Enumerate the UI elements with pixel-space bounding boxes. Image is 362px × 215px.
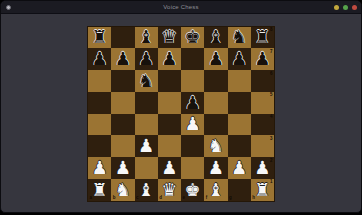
window-title: Voice Chess bbox=[1, 1, 361, 13]
square-h1[interactable]: ♜1h bbox=[251, 179, 274, 201]
white-rook-piece[interactable]: ♜ bbox=[254, 180, 270, 198]
square-c1[interactable]: ♝c bbox=[135, 179, 158, 201]
rank-label: 7 bbox=[270, 49, 273, 54]
white-king-piece[interactable]: ♚ bbox=[185, 180, 201, 198]
file-label: e bbox=[183, 195, 186, 200]
square-h6[interactable]: 6 bbox=[251, 70, 274, 92]
black-pawn-piece[interactable]: ♟ bbox=[208, 50, 224, 68]
white-pawn-piece[interactable]: ♟ bbox=[92, 158, 108, 176]
square-a1[interactable]: ♜a bbox=[88, 179, 111, 201]
rank-label: 5 bbox=[270, 92, 273, 97]
square-b6[interactable] bbox=[111, 70, 134, 92]
rank-label: 1 bbox=[270, 179, 273, 184]
rank-label: 8 bbox=[270, 27, 273, 32]
white-knight-piece[interactable]: ♞ bbox=[115, 180, 131, 198]
file-label: d bbox=[159, 195, 162, 200]
file-label: a bbox=[90, 195, 93, 200]
white-pawn-piece[interactable]: ♟ bbox=[231, 158, 247, 176]
square-a3[interactable] bbox=[88, 135, 111, 157]
square-d8[interactable]: ♛ bbox=[158, 27, 181, 49]
white-pawn-piece[interactable]: ♟ bbox=[185, 115, 201, 133]
maximize-icon[interactable] bbox=[343, 5, 348, 10]
black-pawn-piece[interactable]: ♟ bbox=[231, 50, 247, 68]
square-c3[interactable]: ♟ bbox=[135, 135, 158, 157]
square-g5[interactable] bbox=[228, 92, 251, 114]
square-d4[interactable] bbox=[158, 114, 181, 136]
white-bishop-piece[interactable]: ♝ bbox=[138, 180, 154, 198]
square-a5[interactable] bbox=[88, 92, 111, 114]
black-queen-piece[interactable]: ♛ bbox=[161, 28, 177, 46]
square-a7[interactable]: ♟ bbox=[88, 48, 111, 70]
square-b2[interactable]: ♟ bbox=[111, 157, 134, 179]
square-g7[interactable]: ♟ bbox=[228, 48, 251, 70]
white-pawn-piece[interactable]: ♟ bbox=[254, 158, 270, 176]
square-g2[interactable]: ♟ bbox=[228, 157, 251, 179]
square-c8[interactable]: ♝ bbox=[135, 27, 158, 49]
square-g8[interactable]: ♞ bbox=[228, 27, 251, 49]
square-d7[interactable]: ♟ bbox=[158, 48, 181, 70]
square-a4[interactable] bbox=[88, 114, 111, 136]
square-e8[interactable]: ♚ bbox=[181, 27, 204, 49]
chess-board: ♜♝♛♚♝♞♜8♟♟♟♟♟♟♟7♞6♟5♟4♟♞3♟♟♟♟♟♟2♜a♞b♝c♛d… bbox=[88, 27, 274, 201]
square-f7[interactable]: ♟ bbox=[204, 48, 227, 70]
square-g1[interactable]: g bbox=[228, 179, 251, 201]
black-rook-piece[interactable]: ♜ bbox=[92, 28, 108, 46]
white-pawn-piece[interactable]: ♟ bbox=[138, 137, 154, 155]
square-a6[interactable] bbox=[88, 70, 111, 92]
white-pawn-piece[interactable]: ♟ bbox=[208, 158, 224, 176]
square-e1[interactable]: ♚e bbox=[181, 179, 204, 201]
square-b7[interactable]: ♟ bbox=[111, 48, 134, 70]
black-pawn-piece[interactable]: ♟ bbox=[161, 50, 177, 68]
square-f6[interactable] bbox=[204, 70, 227, 92]
black-pawn-piece[interactable]: ♟ bbox=[254, 50, 270, 68]
square-b4[interactable] bbox=[111, 114, 134, 136]
square-f8[interactable]: ♝ bbox=[204, 27, 227, 49]
white-rook-piece[interactable]: ♜ bbox=[92, 180, 108, 198]
square-g3[interactable] bbox=[228, 135, 251, 157]
minimize-icon[interactable] bbox=[334, 5, 339, 10]
black-bishop-piece[interactable]: ♝ bbox=[138, 28, 154, 46]
black-pawn-piece[interactable]: ♟ bbox=[138, 50, 154, 68]
square-g4[interactable] bbox=[228, 114, 251, 136]
black-pawn-piece[interactable]: ♟ bbox=[92, 50, 108, 68]
square-f5[interactable] bbox=[204, 92, 227, 114]
rank-label: 2 bbox=[270, 158, 273, 163]
square-b3[interactable] bbox=[111, 135, 134, 157]
square-e2[interactable] bbox=[181, 157, 204, 179]
square-h7[interactable]: ♟7 bbox=[251, 48, 274, 70]
square-b1[interactable]: ♞b bbox=[111, 179, 134, 201]
black-knight-piece[interactable]: ♞ bbox=[231, 28, 247, 46]
square-a2[interactable]: ♟ bbox=[88, 157, 111, 179]
rank-label: 4 bbox=[270, 114, 273, 119]
file-label: g bbox=[229, 195, 232, 200]
square-c2[interactable] bbox=[135, 157, 158, 179]
square-d1[interactable]: ♛d bbox=[158, 179, 181, 201]
square-h4[interactable]: 4 bbox=[251, 114, 274, 136]
rank-label: 6 bbox=[270, 71, 273, 76]
black-pawn-piece[interactable]: ♟ bbox=[115, 50, 131, 68]
file-label: c bbox=[136, 195, 139, 200]
black-king-piece[interactable]: ♚ bbox=[185, 28, 201, 46]
square-d5[interactable] bbox=[158, 92, 181, 114]
close-icon[interactable] bbox=[352, 5, 357, 10]
square-b5[interactable] bbox=[111, 92, 134, 114]
square-d6[interactable] bbox=[158, 70, 181, 92]
titlebar: Voice Chess bbox=[1, 1, 361, 14]
app-window: Voice Chess ♜♝♛♚♝♞♜8♟♟♟♟♟♟♟7♞6♟5♟4♟♞3♟♟♟… bbox=[0, 0, 362, 213]
white-pawn-piece[interactable]: ♟ bbox=[161, 158, 177, 176]
square-b8[interactable] bbox=[111, 27, 134, 49]
square-e5[interactable]: ♟ bbox=[181, 92, 204, 114]
black-rook-piece[interactable]: ♜ bbox=[254, 28, 270, 46]
main-content: ♜♝♛♚♝♞♜8♟♟♟♟♟♟♟7♞6♟5♟4♟♞3♟♟♟♟♟♟2♜a♞b♝c♛d… bbox=[1, 15, 361, 212]
white-pawn-piece[interactable]: ♟ bbox=[115, 158, 131, 176]
square-a8[interactable]: ♜ bbox=[88, 27, 111, 49]
rank-label: 3 bbox=[270, 136, 273, 141]
white-bishop-piece[interactable]: ♝ bbox=[208, 180, 224, 198]
square-h8[interactable]: ♜8 bbox=[251, 27, 274, 49]
black-pawn-piece[interactable]: ♟ bbox=[185, 93, 201, 111]
window-controls bbox=[334, 5, 357, 10]
square-c4[interactable] bbox=[135, 114, 158, 136]
square-c5[interactable] bbox=[135, 92, 158, 114]
white-knight-piece[interactable]: ♞ bbox=[208, 137, 224, 155]
square-c7[interactable]: ♟ bbox=[135, 48, 158, 70]
square-f4[interactable] bbox=[204, 114, 227, 136]
square-h2[interactable]: ♟2 bbox=[251, 157, 274, 179]
square-e7[interactable] bbox=[181, 48, 204, 70]
square-h3[interactable]: 3 bbox=[251, 135, 274, 157]
square-f3[interactable]: ♞ bbox=[204, 135, 227, 157]
square-f1[interactable]: ♝f bbox=[204, 179, 227, 201]
square-f2[interactable]: ♟ bbox=[204, 157, 227, 179]
black-bishop-piece[interactable]: ♝ bbox=[208, 28, 224, 46]
file-label: b bbox=[113, 195, 116, 200]
square-c6[interactable]: ♞ bbox=[135, 70, 158, 92]
square-d2[interactable]: ♟ bbox=[158, 157, 181, 179]
file-label: f bbox=[206, 195, 208, 200]
square-d3[interactable] bbox=[158, 135, 181, 157]
square-e6[interactable] bbox=[181, 70, 204, 92]
black-knight-piece[interactable]: ♞ bbox=[138, 71, 154, 89]
square-g6[interactable] bbox=[228, 70, 251, 92]
square-h5[interactable]: 5 bbox=[251, 92, 274, 114]
file-label: h bbox=[252, 195, 255, 200]
square-e3[interactable] bbox=[181, 135, 204, 157]
white-queen-piece[interactable]: ♛ bbox=[161, 180, 177, 198]
square-e4[interactable]: ♟ bbox=[181, 114, 204, 136]
